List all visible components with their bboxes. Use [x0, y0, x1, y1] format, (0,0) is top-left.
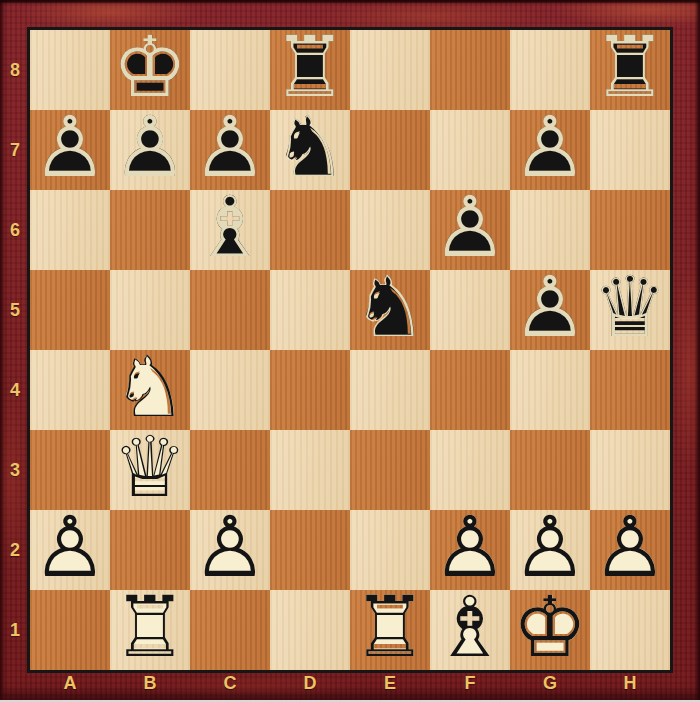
square-d2[interactable] [270, 510, 350, 590]
black-pawn-outline-glyph: ♙︎ [512, 105, 587, 189]
square-b7[interactable]: ♟︎♙︎ [110, 110, 190, 190]
black-knight[interactable]: ♞︎♘︎ [350, 270, 430, 350]
black-pawn-outline-glyph: ♙︎ [512, 265, 587, 349]
file-label-a: A [30, 670, 110, 696]
square-f5[interactable] [430, 270, 510, 350]
square-d3[interactable] [270, 430, 350, 510]
square-c2[interactable]: ♟︎♙︎ [190, 510, 270, 590]
square-g5[interactable]: ♟︎♙︎ [510, 270, 590, 350]
square-c1[interactable] [190, 590, 270, 670]
rank-label-2: 2 [0, 510, 30, 590]
black-pawn[interactable]: ♟︎♙︎ [430, 190, 510, 270]
square-g4[interactable] [510, 350, 590, 430]
black-knight[interactable]: ♞︎♘︎ [270, 110, 350, 190]
square-h7[interactable] [590, 110, 670, 190]
black-knight-outline-glyph: ♘︎ [272, 105, 347, 189]
rank-label-3: 3 [0, 430, 30, 510]
file-label-c: C [190, 670, 270, 696]
rank-label-4: 4 [0, 350, 30, 430]
square-g7[interactable]: ♟︎♙︎ [510, 110, 590, 190]
square-f8[interactable] [430, 30, 510, 110]
white-queen-outline-glyph: ♕︎ [112, 425, 187, 509]
square-a4[interactable] [30, 350, 110, 430]
square-e5[interactable]: ♞︎♘︎ [350, 270, 430, 350]
square-b6[interactable] [110, 190, 190, 270]
black-pawn-outline-glyph: ♙︎ [32, 105, 107, 189]
black-queen-outline-glyph: ♕︎ [592, 265, 667, 349]
white-pawn[interactable]: ♟︎♙︎ [190, 510, 270, 590]
square-d7[interactable]: ♞︎♘︎ [270, 110, 350, 190]
white-rook-outline-glyph: ♖︎ [112, 585, 187, 669]
square-f1[interactable]: ♝︎♗︎ [430, 590, 510, 670]
black-bishop[interactable]: ♝︎♗︎ [190, 190, 270, 270]
white-pawn-outline-glyph: ♙︎ [512, 505, 587, 589]
chess-board: ♚︎♔︎♜︎♖︎♜︎♖︎♟︎♙︎♟︎♙︎♟︎♙︎♞︎♘︎♟︎♙︎♝︎♗︎♟︎♙︎… [30, 30, 670, 670]
square-b1[interactable]: ♜︎♖︎ [110, 590, 190, 670]
square-e8[interactable] [350, 30, 430, 110]
black-pawn[interactable]: ♟︎♙︎ [30, 110, 110, 190]
square-d1[interactable] [270, 590, 350, 670]
square-a1[interactable] [30, 590, 110, 670]
square-b3[interactable]: ♛︎♕︎ [110, 430, 190, 510]
rank-label-5: 5 [0, 270, 30, 350]
black-pawn[interactable]: ♟︎♙︎ [510, 110, 590, 190]
square-a6[interactable] [30, 190, 110, 270]
square-a2[interactable]: ♟︎♙︎ [30, 510, 110, 590]
rank-label-6: 6 [0, 190, 30, 270]
white-pawn-outline-glyph: ♙︎ [432, 505, 507, 589]
square-e3[interactable] [350, 430, 430, 510]
white-king-outline-glyph: ♔︎ [512, 585, 587, 669]
square-h4[interactable] [590, 350, 670, 430]
black-pawn-outline-glyph: ♙︎ [432, 185, 507, 269]
board-frame: 87654321 ABCDEFGH ♚︎♔︎♜︎♖︎♜︎♖︎♟︎♙︎♟︎♙︎♟︎… [0, 0, 700, 702]
square-d5[interactable] [270, 270, 350, 350]
square-a7[interactable]: ♟︎♙︎ [30, 110, 110, 190]
square-d6[interactable] [270, 190, 350, 270]
black-rook-outline-glyph: ♖︎ [592, 25, 667, 109]
black-pawn-outline-glyph: ♙︎ [192, 105, 267, 189]
square-f6[interactable]: ♟︎♙︎ [430, 190, 510, 270]
black-knight-outline-glyph: ♘︎ [352, 265, 427, 349]
square-h2[interactable]: ♟︎♙︎ [590, 510, 670, 590]
white-knight-outline-glyph: ♘︎ [112, 345, 187, 429]
square-a5[interactable] [30, 270, 110, 350]
black-rook[interactable]: ♜︎♖︎ [590, 30, 670, 110]
rank-label-8: 8 [0, 30, 30, 110]
white-pawn-outline-glyph: ♙︎ [192, 505, 267, 589]
file-label-h: H [590, 670, 670, 696]
square-e1[interactable]: ♜︎♖︎ [350, 590, 430, 670]
square-c5[interactable] [190, 270, 270, 350]
black-bishop-outline-glyph: ♗︎ [192, 185, 267, 269]
white-king[interactable]: ♚︎♔︎ [510, 590, 590, 670]
white-pawn-outline-glyph: ♙︎ [32, 505, 107, 589]
square-c4[interactable] [190, 350, 270, 430]
black-rook-outline-glyph: ♖︎ [272, 25, 347, 109]
square-e4[interactable] [350, 350, 430, 430]
file-label-d: D [270, 670, 350, 696]
square-f4[interactable] [430, 350, 510, 430]
square-h1[interactable] [590, 590, 670, 670]
black-pawn[interactable]: ♟︎♙︎ [110, 110, 190, 190]
black-queen[interactable]: ♛︎♕︎ [590, 270, 670, 350]
rank-label-7: 7 [0, 110, 30, 190]
square-h8[interactable]: ♜︎♖︎ [590, 30, 670, 110]
black-pawn-outline-glyph: ♙︎ [112, 105, 187, 189]
square-g1[interactable]: ♚︎♔︎ [510, 590, 590, 670]
square-d4[interactable] [270, 350, 350, 430]
square-h5[interactable]: ♛︎♕︎ [590, 270, 670, 350]
rank-label-1: 1 [0, 590, 30, 670]
white-bishop[interactable]: ♝︎♗︎ [430, 590, 510, 670]
white-rook[interactable]: ♜︎♖︎ [110, 590, 190, 670]
white-queen[interactable]: ♛︎♕︎ [110, 430, 190, 510]
black-king-outline-glyph: ♔︎ [112, 25, 187, 109]
white-bishop-outline-glyph: ♗︎ [432, 585, 507, 669]
white-pawn[interactable]: ♟︎♙︎ [30, 510, 110, 590]
black-pawn[interactable]: ♟︎♙︎ [510, 270, 590, 350]
white-rook[interactable]: ♜︎♖︎ [350, 590, 430, 670]
white-pawn[interactable]: ♟︎♙︎ [590, 510, 670, 590]
rank-labels: 87654321 [0, 30, 30, 670]
square-c6[interactable]: ♝︎♗︎ [190, 190, 270, 270]
white-pawn-outline-glyph: ♙︎ [592, 505, 667, 589]
white-rook-outline-glyph: ♖︎ [352, 585, 427, 669]
square-e7[interactable] [350, 110, 430, 190]
